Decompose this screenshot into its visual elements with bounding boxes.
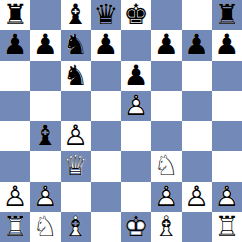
square-c6[interactable]: ♘♞	[61, 61, 91, 91]
white-knight[interactable]: ♞♘	[30, 212, 60, 242]
piece-glyph-overlay: ♞	[61, 61, 91, 91]
white-queen[interactable]: ♛♕	[61, 151, 91, 181]
piece-glyph-overlay: ♞	[61, 30, 91, 60]
square-d3[interactable]	[91, 151, 121, 181]
square-b5[interactable]	[30, 91, 60, 121]
square-c8[interactable]: ♗♝	[61, 0, 91, 30]
black-bishop[interactable]: ♗♝	[61, 0, 91, 30]
white-pawn[interactable]: ♟♙	[182, 182, 212, 212]
piece-glyph-overlay: ♘	[151, 151, 181, 181]
square-f5[interactable]	[151, 91, 181, 121]
square-d5[interactable]	[91, 91, 121, 121]
square-c7[interactable]: ♘♞	[61, 30, 91, 60]
square-a2[interactable]: ♟♙	[0, 182, 30, 212]
black-pawn[interactable]: ♙♟	[182, 30, 212, 60]
black-knight[interactable]: ♘♞	[61, 61, 91, 91]
square-b8[interactable]	[30, 0, 60, 30]
black-pawn[interactable]: ♙♟	[212, 30, 242, 60]
square-f6[interactable]	[151, 61, 181, 91]
piece-glyph-overlay: ♟	[151, 30, 181, 60]
square-e4[interactable]	[121, 121, 151, 151]
square-c3[interactable]: ♛♕	[61, 151, 91, 181]
piece-glyph-overlay: ♖	[0, 212, 30, 242]
black-rook[interactable]: ♖♜	[212, 0, 242, 30]
black-king[interactable]: ♔♚	[121, 0, 151, 30]
square-e1[interactable]: ♚♔	[121, 212, 151, 242]
white-bishop[interactable]: ♝♗	[61, 212, 91, 242]
white-pawn[interactable]: ♟♙	[30, 182, 60, 212]
piece-glyph-overlay: ♟	[182, 30, 212, 60]
square-d1[interactable]	[91, 212, 121, 242]
square-g7[interactable]: ♙♟	[182, 30, 212, 60]
piece-glyph-overlay: ♘	[30, 212, 60, 242]
white-pawn[interactable]: ♟♙	[0, 182, 30, 212]
white-pawn[interactable]: ♟♙	[61, 121, 91, 151]
square-c4[interactable]: ♟♙	[61, 121, 91, 151]
square-a3[interactable]	[0, 151, 30, 181]
black-pawn[interactable]: ♙♟	[30, 30, 60, 60]
piece-glyph-overlay: ♟	[0, 30, 30, 60]
square-a8[interactable]: ♖♜	[0, 0, 30, 30]
square-c5[interactable]	[61, 91, 91, 121]
piece-glyph-overlay: ♙	[61, 121, 91, 151]
square-h1[interactable]: ♜♖	[212, 212, 242, 242]
square-f1[interactable]: ♝♗	[151, 212, 181, 242]
square-b7[interactable]: ♙♟	[30, 30, 60, 60]
piece-glyph-overlay: ♕	[61, 151, 91, 181]
piece-glyph-overlay: ♙	[212, 182, 242, 212]
piece-glyph-overlay: ♙	[151, 182, 181, 212]
piece-glyph-overlay: ♗	[151, 212, 181, 242]
square-a1[interactable]: ♜♖	[0, 212, 30, 242]
piece-glyph-overlay: ♛	[91, 0, 121, 30]
piece-glyph-overlay: ♝	[61, 0, 91, 30]
square-b6[interactable]	[30, 61, 60, 91]
white-knight[interactable]: ♞♘	[151, 151, 181, 181]
square-b3[interactable]	[30, 151, 60, 181]
square-f8[interactable]	[151, 0, 181, 30]
square-a6[interactable]	[0, 61, 30, 91]
black-knight[interactable]: ♘♞	[61, 30, 91, 60]
piece-glyph-overlay: ♙	[121, 91, 151, 121]
piece-glyph-overlay: ♔	[121, 212, 151, 242]
white-pawn[interactable]: ♟♙	[212, 182, 242, 212]
square-g8[interactable]	[182, 0, 212, 30]
square-e8[interactable]: ♔♚	[121, 0, 151, 30]
piece-glyph-overlay: ♙	[182, 182, 212, 212]
square-h8[interactable]: ♖♜	[212, 0, 242, 30]
square-f2[interactable]: ♟♙	[151, 182, 181, 212]
piece-glyph-overlay: ♟	[212, 30, 242, 60]
square-d2[interactable]	[91, 182, 121, 212]
black-pawn[interactable]: ♙♟	[91, 30, 121, 60]
square-g6[interactable]	[182, 61, 212, 91]
piece-glyph-overlay: ♖	[212, 212, 242, 242]
square-e7[interactable]	[121, 30, 151, 60]
white-king[interactable]: ♚♔	[121, 212, 151, 242]
piece-glyph-overlay: ♙	[30, 182, 60, 212]
white-pawn[interactable]: ♟♙	[151, 182, 181, 212]
piece-glyph-overlay: ♟	[91, 30, 121, 60]
square-g3[interactable]	[182, 151, 212, 181]
square-h5[interactable]	[212, 91, 242, 121]
square-f4[interactable]	[151, 121, 181, 151]
square-e5[interactable]: ♟♙	[121, 91, 151, 121]
square-d4[interactable]	[91, 121, 121, 151]
piece-glyph-overlay: ♙	[0, 182, 30, 212]
black-pawn[interactable]: ♙♟	[121, 61, 151, 91]
piece-glyph-overlay: ♗	[61, 212, 91, 242]
piece-glyph-overlay: ♝	[30, 121, 60, 151]
black-queen[interactable]: ♕♛	[91, 0, 121, 30]
black-rook[interactable]: ♖♜	[0, 0, 30, 30]
piece-glyph-overlay: ♜	[0, 0, 30, 30]
square-d7[interactable]: ♙♟	[91, 30, 121, 60]
square-h4[interactable]	[212, 121, 242, 151]
square-h6[interactable]	[212, 61, 242, 91]
black-bishop[interactable]: ♗♝	[30, 121, 60, 151]
white-rook[interactable]: ♜♖	[0, 212, 30, 242]
square-f7[interactable]: ♙♟	[151, 30, 181, 60]
square-g1[interactable]	[182, 212, 212, 242]
white-rook[interactable]: ♜♖	[212, 212, 242, 242]
square-a7[interactable]: ♙♟	[0, 30, 30, 60]
square-h3[interactable]	[212, 151, 242, 181]
square-d6[interactable]	[91, 61, 121, 91]
square-a5[interactable]	[0, 91, 30, 121]
square-b4[interactable]: ♗♝	[30, 121, 60, 151]
piece-glyph-overlay: ♜	[212, 0, 242, 30]
square-h2[interactable]: ♟♙	[212, 182, 242, 212]
square-f3[interactable]: ♞♘	[151, 151, 181, 181]
square-g4[interactable]	[182, 121, 212, 151]
square-e6[interactable]: ♙♟	[121, 61, 151, 91]
square-g5[interactable]	[182, 91, 212, 121]
square-h7[interactable]: ♙♟	[212, 30, 242, 60]
square-c2[interactable]	[61, 182, 91, 212]
white-bishop[interactable]: ♝♗	[151, 212, 181, 242]
square-b2[interactable]: ♟♙	[30, 182, 60, 212]
square-b1[interactable]: ♞♘	[30, 212, 60, 242]
square-c1[interactable]: ♝♗	[61, 212, 91, 242]
piece-glyph-overlay: ♟	[30, 30, 60, 60]
square-e2[interactable]	[121, 182, 151, 212]
square-d8[interactable]: ♕♛	[91, 0, 121, 30]
square-g2[interactable]: ♟♙	[182, 182, 212, 212]
chess-board: ♖♜♗♝♕♛♔♚♖♜♙♟♙♟♘♞♙♟♙♟♙♟♙♟♘♞♙♟♟♙♗♝♟♙♛♕♞♘♟♙…	[0, 0, 242, 242]
square-e3[interactable]	[121, 151, 151, 181]
piece-glyph-overlay: ♟	[121, 61, 151, 91]
piece-glyph-overlay: ♚	[121, 0, 151, 30]
white-pawn[interactable]: ♟♙	[121, 91, 151, 121]
black-pawn[interactable]: ♙♟	[151, 30, 181, 60]
black-pawn[interactable]: ♙♟	[0, 30, 30, 60]
square-a4[interactable]	[0, 121, 30, 151]
